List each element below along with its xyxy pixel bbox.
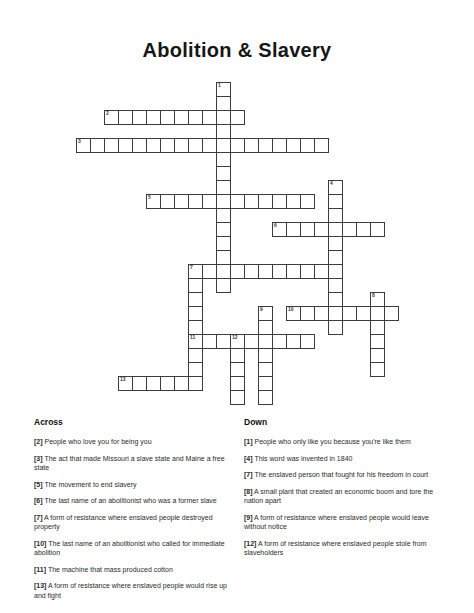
- clue-number-label: [8]: [244, 488, 253, 495]
- clue-number-label: [9]: [244, 514, 253, 521]
- grid-cell: [272, 194, 287, 209]
- grid-cell: [300, 138, 315, 153]
- clue-item: [10] The last name of an abolitionist wh…: [34, 539, 233, 558]
- clue-number-label: [3]: [34, 455, 43, 462]
- clue-number-label: [7]: [244, 471, 253, 478]
- grid-cell: [300, 194, 315, 209]
- grid-cell: 7: [188, 264, 203, 279]
- grid-cell: [216, 194, 231, 209]
- clues-section: Across [2] People who love you for being…: [34, 417, 448, 607]
- grid-cell: [230, 110, 245, 125]
- grid-cell: [202, 138, 217, 153]
- grid-cell: [370, 306, 385, 321]
- cell-clue-number: 4: [330, 181, 333, 186]
- grid-cell: [384, 306, 399, 321]
- grid-cell: [146, 376, 161, 391]
- grid-cell: 12: [230, 334, 245, 349]
- grid-cell: [342, 306, 357, 321]
- grid-cell: [314, 264, 329, 279]
- clue-item: [4] This word was invented in 1840: [244, 454, 443, 464]
- grid-cell: [188, 376, 203, 391]
- grid-cell: [342, 222, 357, 237]
- down-header: Down: [244, 417, 443, 427]
- grid-cell: [258, 376, 273, 391]
- cell-clue-number: 9: [260, 307, 263, 312]
- grid-cell: [132, 110, 147, 125]
- grid-cell: [244, 264, 259, 279]
- grid-cell: [258, 264, 273, 279]
- grid-cell: [286, 334, 301, 349]
- clue-number-label: [12]: [244, 540, 256, 547]
- grid-cell: [356, 222, 371, 237]
- clue-item: [11] The machine that mass produced cott…: [34, 565, 233, 575]
- grid-cell: 1: [216, 82, 231, 97]
- grid-cell: [328, 194, 343, 209]
- grid-cell: [216, 96, 231, 111]
- grid-cell: [286, 138, 301, 153]
- grid-cell: [202, 194, 217, 209]
- grid-cell: [216, 250, 231, 265]
- grid-cell: 9: [258, 306, 273, 321]
- grid-cell: [174, 138, 189, 153]
- grid-cell: [244, 334, 259, 349]
- grid-cell: [328, 236, 343, 251]
- grid-cell: [286, 194, 301, 209]
- grid-cell: [160, 138, 175, 153]
- clue-number-label: [13]: [34, 582, 46, 589]
- grid-cell: [160, 110, 175, 125]
- grid-cell: [202, 334, 217, 349]
- grid-cell: [202, 110, 217, 125]
- cell-clue-number: 6: [274, 223, 277, 228]
- grid-cell: 5: [146, 194, 161, 209]
- grid-cell: [188, 138, 203, 153]
- cell-clue-number: 5: [148, 195, 151, 200]
- grid-cell: [272, 138, 287, 153]
- grid-cell: [286, 222, 301, 237]
- grid-cell: 4: [328, 180, 343, 195]
- grid-cell: [328, 222, 343, 237]
- cell-clue-number: 13: [120, 377, 126, 382]
- grid-cell: [258, 194, 273, 209]
- clue-item: [8] A small plant that created an econom…: [244, 487, 443, 506]
- grid-cell: [300, 306, 315, 321]
- grid-cell: [258, 334, 273, 349]
- grid-cell: [300, 264, 315, 279]
- clue-number-label: [7]: [34, 514, 43, 521]
- grid-cell: [174, 110, 189, 125]
- grid-cell: [328, 208, 343, 223]
- grid-cell: [104, 138, 119, 153]
- grid-cell: [132, 376, 147, 391]
- clue-item: [5] The movement to end slavery: [34, 480, 233, 490]
- grid-cell: 8: [370, 292, 385, 307]
- grid-cell: [188, 292, 203, 307]
- grid-cell: [244, 194, 259, 209]
- down-clue-list: [1] People who only like you because you…: [244, 437, 443, 558]
- grid-cell: [174, 194, 189, 209]
- cell-clue-number: 1: [218, 83, 221, 88]
- cell-clue-number: 11: [190, 335, 195, 340]
- grid-cell: [160, 194, 175, 209]
- grid-cell: [216, 334, 231, 349]
- grid-cell: [216, 166, 231, 181]
- grid-cell: [328, 250, 343, 265]
- grid-cell: [300, 222, 315, 237]
- cell-clue-number: 8: [372, 293, 375, 298]
- clue-item: [7] The enslaved person that fought for …: [244, 470, 443, 480]
- grid-cell: [314, 306, 329, 321]
- grid-cell: [216, 138, 231, 153]
- cell-clue-number: 7: [190, 265, 193, 270]
- grid-cell: [188, 306, 203, 321]
- clue-item: [1] People who only like you because you…: [244, 437, 443, 447]
- cell-clue-number: 10: [288, 307, 294, 312]
- crossword-grid: 12345678910111213: [76, 82, 400, 406]
- clue-item: [7] A form of resistance where enslaved …: [34, 513, 233, 532]
- grid-cell: [230, 348, 245, 363]
- grid-cell: [314, 138, 329, 153]
- grid-cell: [216, 180, 231, 195]
- grid-cell: [216, 152, 231, 167]
- grid-cell: 2: [104, 110, 119, 125]
- grid-cell: [272, 264, 287, 279]
- grid-cell: [328, 320, 343, 335]
- clue-item: [2] People who love you for being you: [34, 437, 233, 447]
- page: Abolition & Slavery 12345678910111213 Ac…: [0, 0, 474, 613]
- grid-cell: 11: [188, 334, 203, 349]
- grid-cell: [356, 306, 371, 321]
- grid-cell: [216, 236, 231, 251]
- grid-cell: [146, 110, 161, 125]
- grid-cell: [132, 138, 147, 153]
- cell-clue-number: 3: [78, 139, 81, 144]
- grid-cell: [216, 110, 231, 125]
- clue-number-label: [6]: [34, 497, 43, 504]
- grid-cell: 6: [272, 222, 287, 237]
- grid-cell: [216, 264, 231, 279]
- clue-item: [12] A form of resistance where enslaved…: [244, 539, 443, 558]
- clue-item: [3] The act that made Missouri a slave s…: [34, 454, 233, 473]
- grid-cell: [160, 376, 175, 391]
- clue-number-label: [4]: [244, 455, 253, 462]
- grid-cell: [216, 208, 231, 223]
- grid-cell: [258, 138, 273, 153]
- grid-cell: 10: [286, 306, 301, 321]
- grid-cell: [286, 264, 301, 279]
- grid-cell: [230, 376, 245, 391]
- grid-cell: [90, 138, 105, 153]
- grid-cell: [202, 264, 217, 279]
- grid-cell: [188, 278, 203, 293]
- grid-cell: [258, 348, 273, 363]
- grid-cell: [370, 348, 385, 363]
- down-clues-column: Down [1] People who only like you becaus…: [244, 417, 443, 607]
- across-header: Across: [34, 417, 233, 427]
- grid-cell: [230, 362, 245, 377]
- clue-item: [13] A form of resistance where enslaved…: [34, 581, 233, 600]
- grid-cell: [230, 194, 245, 209]
- grid-cell: [328, 292, 343, 307]
- puzzle-title: Abolition & Slavery: [0, 39, 474, 62]
- grid-cell: [370, 334, 385, 349]
- grid-cell: [188, 320, 203, 335]
- grid-cell: [258, 390, 273, 405]
- grid-cell: [230, 264, 245, 279]
- grid-cell: [272, 334, 287, 349]
- clue-item: [9] A form of resistance where enslaved …: [244, 513, 443, 532]
- cell-clue-number: 2: [106, 111, 109, 116]
- cell-clue-number: 12: [232, 335, 238, 340]
- grid-cell: [230, 390, 245, 405]
- grid-cell: [370, 362, 385, 377]
- clue-number-label: [10]: [34, 540, 46, 547]
- grid-cell: [216, 124, 231, 139]
- grid-cell: [314, 222, 329, 237]
- grid-cell: [188, 362, 203, 377]
- grid-cell: [188, 348, 203, 363]
- grid-cell: [118, 110, 133, 125]
- grid-cell: [328, 278, 343, 293]
- across-clues-column: Across [2] People who love you for being…: [34, 417, 233, 607]
- clue-number-label: [1]: [244, 438, 253, 445]
- grid-cell: [370, 222, 385, 237]
- grid-cell: [244, 138, 259, 153]
- grid-cell: 3: [76, 138, 91, 153]
- grid-cell: [216, 278, 231, 293]
- grid-cell: [300, 334, 315, 349]
- grid-cell: [328, 306, 343, 321]
- clue-item: [6] The last name of an abolitionist who…: [34, 496, 233, 506]
- grid-cell: [370, 320, 385, 335]
- grid-cell: [230, 138, 245, 153]
- grid-cell: [328, 264, 343, 279]
- grid-cell: 13: [118, 376, 133, 391]
- grid-cell: [188, 194, 203, 209]
- grid-cell: [188, 110, 203, 125]
- across-clue-list: [2] People who love you for being you[3]…: [34, 437, 233, 600]
- grid-cell: [216, 222, 231, 237]
- clue-number-label: [5]: [34, 481, 43, 488]
- clue-number-label: [2]: [34, 438, 43, 445]
- grid-cell: [146, 138, 161, 153]
- clue-number-label: [11]: [34, 566, 46, 573]
- grid-cell: [258, 362, 273, 377]
- grid-cell: [118, 138, 133, 153]
- grid-cell: [258, 320, 273, 335]
- grid-cell: [174, 376, 189, 391]
